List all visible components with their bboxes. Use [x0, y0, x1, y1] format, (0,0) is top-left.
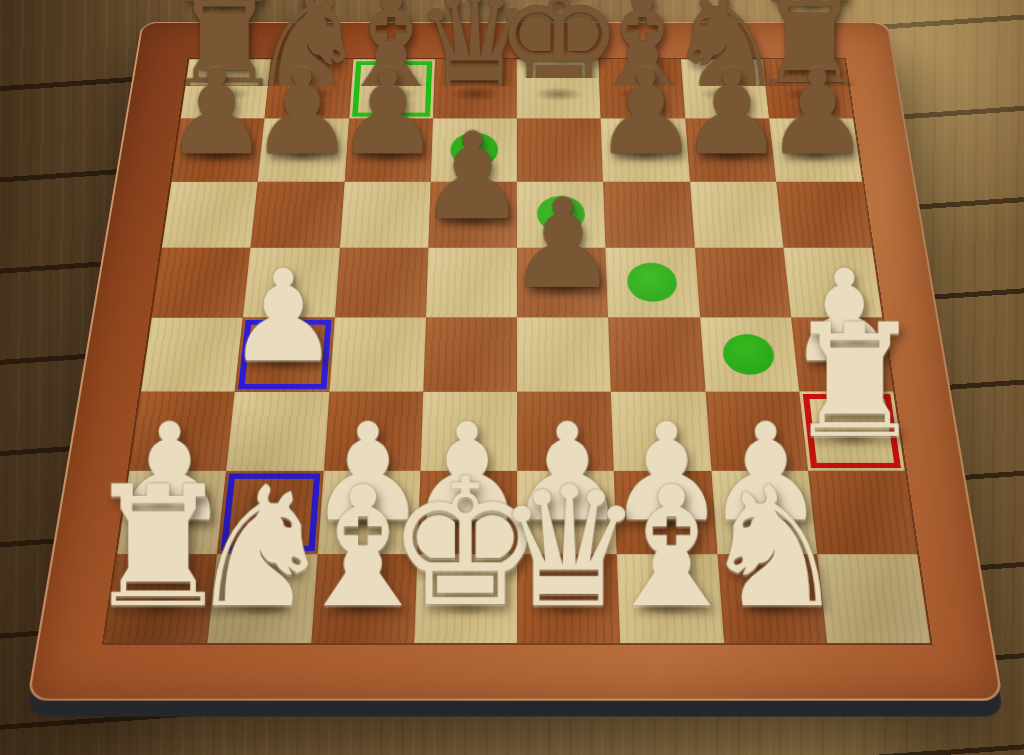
- square-g1[interactable]: ♞: [717, 554, 827, 643]
- square-c6[interactable]: [339, 181, 430, 247]
- square-c4[interactable]: [329, 318, 426, 392]
- piece-white-pawn[interactable]: ♟: [226, 252, 340, 379]
- square-g6[interactable]: [690, 181, 784, 247]
- square-e5[interactable]: ♟: [517, 248, 608, 318]
- square-h6[interactable]: [776, 181, 872, 247]
- square-g5[interactable]: [694, 248, 790, 318]
- square-f4[interactable]: [608, 318, 705, 392]
- square-c5[interactable]: [334, 248, 428, 318]
- square-b6[interactable]: [251, 181, 345, 247]
- move-hint-dot[interactable]: [626, 263, 678, 301]
- square-d6[interactable]: ♟: [428, 181, 517, 247]
- board-scene: ♜♞♝♛♚♝♞♜♟♟♟♟♟♟♟♟♟♟♜♟♟♟♟♟♟♜♞♝♚♛♝♞: [0, 0, 1024, 755]
- table-background: ♜♞♝♛♚♝♞♜♟♟♟♟♟♟♟♟♟♟♜♟♟♟♟♟♟♜♞♝♚♛♝♞: [0, 0, 1024, 755]
- board-grid: ♜♞♝♛♚♝♞♜♟♟♟♟♟♟♟♟♟♟♜♟♟♟♟♟♟♜♞♝♚♛♝♞: [104, 59, 930, 643]
- square-d5[interactable]: [426, 248, 517, 318]
- piece-black-pawn[interactable]: ♟: [507, 183, 618, 307]
- square-d4[interactable]: [423, 318, 517, 392]
- chess-board: ♜♞♝♛♚♝♞♜♟♟♟♟♟♟♟♟♟♟♜♟♟♟♟♟♟♜♞♝♚♛♝♞: [27, 22, 1003, 701]
- square-f5[interactable]: [606, 248, 700, 318]
- piece-black-pawn[interactable]: ♟: [765, 54, 870, 171]
- square-a6[interactable]: [162, 181, 258, 247]
- square-e4[interactable]: [517, 318, 611, 392]
- square-h7[interactable]: ♟: [769, 119, 862, 182]
- square-b4[interactable]: ♟: [235, 318, 334, 392]
- move-hint-dot[interactable]: [722, 334, 777, 375]
- piece-white-knight[interactable]: ♞: [699, 465, 848, 632]
- square-g7[interactable]: ♟: [685, 119, 776, 182]
